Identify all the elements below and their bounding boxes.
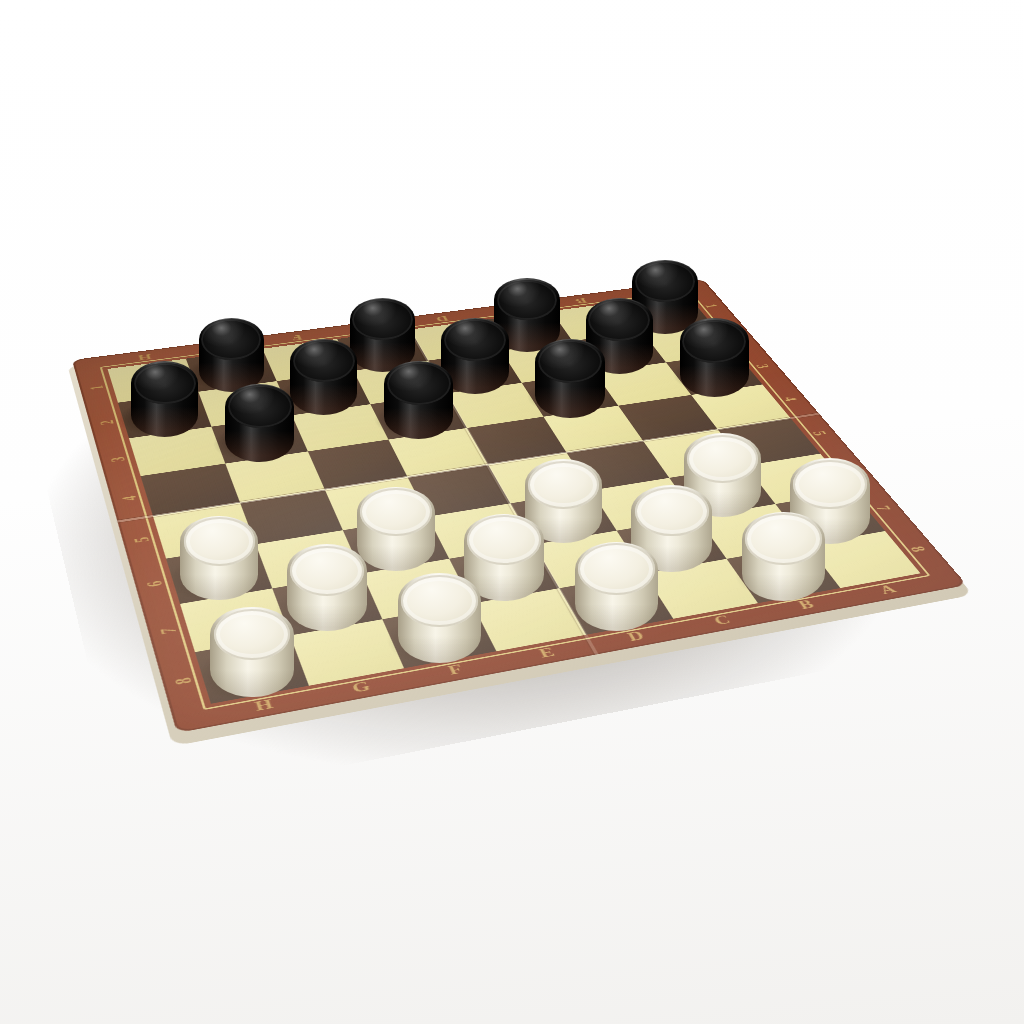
checker-white-F6[interactable] <box>357 487 435 571</box>
black-piece-top <box>497 280 557 321</box>
white-piece-top <box>578 543 655 595</box>
black-piece-top <box>228 385 292 428</box>
white-piece-top <box>290 546 364 596</box>
checker-black-E3[interactable] <box>384 361 454 440</box>
checker-white-H8[interactable] <box>210 607 293 697</box>
black-piece-top <box>293 340 355 382</box>
black-piece-top <box>134 363 196 405</box>
white-piece-top <box>360 488 431 536</box>
checker-white-G7[interactable] <box>287 544 367 631</box>
checker-black-A3[interactable] <box>680 318 749 396</box>
checker-white-F8[interactable] <box>398 573 481 663</box>
checker-black-H2[interactable] <box>131 361 198 437</box>
photo-background: HGFEDCBA HGFEDCBA 12345678 12345678 <box>0 0 1024 1024</box>
white-piece-top <box>635 487 709 537</box>
white-piece-top <box>401 575 478 627</box>
checker-black-G3[interactable] <box>225 384 294 462</box>
black-piece-top <box>635 261 695 302</box>
black-piece-top <box>201 319 261 360</box>
checker-black-G1[interactable] <box>199 318 264 392</box>
checker-white-B8[interactable] <box>742 512 825 602</box>
black-piece-top <box>682 320 746 363</box>
checker-white-H6[interactable] <box>180 516 258 600</box>
black-piece-top <box>352 299 412 340</box>
white-piece-top <box>467 515 541 565</box>
black-piece-top <box>387 362 451 405</box>
white-piece-top <box>745 513 821 565</box>
black-piece-top <box>444 319 506 361</box>
white-piece-top <box>184 517 255 565</box>
checker-black-F2[interactable] <box>290 339 357 415</box>
white-piece-top <box>528 461 599 509</box>
white-piece-top <box>687 435 758 483</box>
white-piece-top <box>793 460 867 510</box>
checker-black-C3[interactable] <box>535 339 604 418</box>
checker-white-D8[interactable] <box>575 542 658 632</box>
